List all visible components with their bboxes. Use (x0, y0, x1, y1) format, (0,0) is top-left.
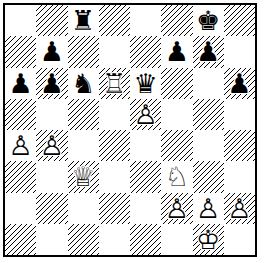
square-g1: ♚♔ (193, 224, 224, 255)
piece-glyph: ♛ (130, 68, 161, 99)
square-c4 (68, 130, 99, 161)
piece-white-pawn-e5: ♟♙ (130, 99, 161, 130)
square-d5 (99, 99, 130, 130)
square-e8 (130, 5, 161, 36)
square-f2: ♟♙ (161, 193, 192, 224)
square-c1 (68, 224, 99, 255)
square-b4: ♟♙ (36, 130, 67, 161)
piece-black-knight-c6: ♞♞ (68, 68, 99, 99)
square-f8 (161, 5, 192, 36)
square-g2: ♟♙ (193, 193, 224, 224)
piece-glyph: ♖ (99, 68, 130, 99)
square-h6: ♟♟ (224, 68, 255, 99)
square-h2: ♟♙ (224, 193, 255, 224)
square-b6: ♟♟ (36, 68, 67, 99)
square-a6: ♟♟ (5, 68, 36, 99)
piece-glyph: ♔ (193, 224, 224, 255)
square-d7 (99, 36, 130, 67)
chess-board: ♜♜♚♚♟♟♟♟♟♟♟♟♟♟♞♞♜♖♛♛♟♟♟♙♟♙♟♙♛♕♞♘♟♙♟♙♟♙♚♔ (3, 3, 257, 257)
piece-glyph: ♜ (68, 5, 99, 36)
square-c7 (68, 36, 99, 67)
piece-white-pawn-g2: ♟♙ (193, 193, 224, 224)
square-g5 (193, 99, 224, 130)
square-d6: ♜♖ (99, 68, 130, 99)
square-c8: ♜♜ (68, 5, 99, 36)
piece-glyph: ♞ (68, 68, 99, 99)
square-c2 (68, 193, 99, 224)
piece-white-pawn-f2: ♟♙ (161, 193, 192, 224)
piece-glyph: ♚ (193, 5, 224, 36)
square-a7 (5, 36, 36, 67)
square-g4 (193, 130, 224, 161)
piece-black-king-g8: ♚♚ (193, 5, 224, 36)
square-a8 (5, 5, 36, 36)
piece-black-pawn-b6: ♟♟ (36, 68, 67, 99)
square-h5 (224, 99, 255, 130)
square-d3 (99, 161, 130, 192)
piece-white-pawn-a4: ♟♙ (5, 130, 36, 161)
square-d4 (99, 130, 130, 161)
piece-glyph: ♙ (161, 193, 192, 224)
piece-glyph: ♙ (224, 193, 255, 224)
square-e3 (130, 161, 161, 192)
square-h8 (224, 5, 255, 36)
square-b2 (36, 193, 67, 224)
square-d1 (99, 224, 130, 255)
piece-white-knight-f3: ♞♘ (161, 161, 192, 192)
square-b7: ♟♟ (36, 36, 67, 67)
square-f6 (161, 68, 192, 99)
square-e6: ♛♛ (130, 68, 161, 99)
square-f1 (161, 224, 192, 255)
square-a5 (5, 99, 36, 130)
square-d8 (99, 5, 130, 36)
piece-black-queen-e6: ♛♛ (130, 68, 161, 99)
square-f4 (161, 130, 192, 161)
square-f7: ♟♟ (161, 36, 192, 67)
piece-glyph: ♟ (224, 68, 255, 99)
piece-black-rook-c8: ♜♜ (68, 5, 99, 36)
square-f5 (161, 99, 192, 130)
piece-black-pawn-b7: ♟♟ (36, 36, 67, 67)
square-g6 (193, 68, 224, 99)
piece-white-king-g1: ♚♔ (193, 224, 224, 255)
square-e1 (130, 224, 161, 255)
square-b5 (36, 99, 67, 130)
square-h7 (224, 36, 255, 67)
piece-black-pawn-g7: ♟♟ (193, 36, 224, 67)
piece-glyph: ♟ (36, 36, 67, 67)
diagram-page: ♜♜♚♚♟♟♟♟♟♟♟♟♟♟♞♞♜♖♛♛♟♟♟♙♟♙♟♙♛♕♞♘♟♙♟♙♟♙♚♔ (0, 0, 265, 263)
square-g7: ♟♟ (193, 36, 224, 67)
piece-glyph: ♙ (193, 193, 224, 224)
piece-glyph: ♕ (68, 161, 99, 192)
square-c3: ♛♕ (68, 161, 99, 192)
square-b1 (36, 224, 67, 255)
piece-black-pawn-a6: ♟♟ (5, 68, 36, 99)
square-e4 (130, 130, 161, 161)
square-e5: ♟♙ (130, 99, 161, 130)
piece-glyph: ♟ (5, 68, 36, 99)
square-a3 (5, 161, 36, 192)
piece-glyph: ♟ (193, 36, 224, 67)
square-h1 (224, 224, 255, 255)
square-h3 (224, 161, 255, 192)
piece-white-rook-d6: ♜♖ (99, 68, 130, 99)
square-d2 (99, 193, 130, 224)
piece-black-pawn-h6: ♟♟ (224, 68, 255, 99)
square-b3 (36, 161, 67, 192)
piece-white-pawn-h2: ♟♙ (224, 193, 255, 224)
square-c6: ♞♞ (68, 68, 99, 99)
square-c5 (68, 99, 99, 130)
square-g8: ♚♚ (193, 5, 224, 36)
square-g3 (193, 161, 224, 192)
piece-glyph: ♙ (130, 99, 161, 130)
square-a1 (5, 224, 36, 255)
piece-glyph: ♙ (36, 130, 67, 161)
square-b8 (36, 5, 67, 36)
piece-glyph: ♟ (161, 36, 192, 67)
square-e2 (130, 193, 161, 224)
piece-white-pawn-b4: ♟♙ (36, 130, 67, 161)
square-h4 (224, 130, 255, 161)
piece-glyph: ♟ (36, 68, 67, 99)
piece-glyph: ♙ (5, 130, 36, 161)
piece-glyph: ♘ (161, 161, 192, 192)
square-f3: ♞♘ (161, 161, 192, 192)
piece-black-pawn-f7: ♟♟ (161, 36, 192, 67)
square-a2 (5, 193, 36, 224)
square-a4: ♟♙ (5, 130, 36, 161)
square-e7 (130, 36, 161, 67)
piece-white-queen-c3: ♛♕ (68, 161, 99, 192)
